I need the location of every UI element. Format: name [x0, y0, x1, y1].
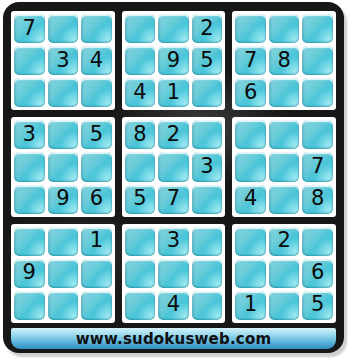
- box-r3c1: 19: [11, 224, 115, 323]
- cell-r4c9[interactable]: [302, 120, 333, 149]
- cell-r1c2[interactable]: [48, 14, 79, 43]
- cell-r3c7[interactable]: 6: [235, 78, 266, 107]
- box-r2c2: 82357: [122, 117, 226, 216]
- cell-r3c6[interactable]: [192, 78, 223, 107]
- cell-r7c5[interactable]: 3: [158, 227, 189, 256]
- cell-r5c4[interactable]: [125, 152, 156, 181]
- cell-r7c4[interactable]: [125, 227, 156, 256]
- cell-r2c6[interactable]: 5: [192, 46, 223, 75]
- cell-r8c1[interactable]: 9: [14, 259, 45, 288]
- cell-r7c2[interactable]: [48, 227, 79, 256]
- cell-r7c7[interactable]: [235, 227, 266, 256]
- cell-r9c1[interactable]: [14, 291, 45, 320]
- box-r1c2: 29541: [122, 11, 226, 110]
- cell-r6c8[interactable]: [269, 185, 300, 214]
- cell-r3c4[interactable]: 4: [125, 78, 156, 107]
- cell-r4c7[interactable]: [235, 120, 266, 149]
- cell-r2c2[interactable]: 3: [48, 46, 79, 75]
- cell-r1c9[interactable]: [302, 14, 333, 43]
- box-r1c1: 734: [11, 11, 115, 110]
- cell-r5c1[interactable]: [14, 152, 45, 181]
- cell-r7c1[interactable]: [14, 227, 45, 256]
- cell-r5c9[interactable]: 7: [302, 152, 333, 181]
- cell-r7c8[interactable]: 2: [269, 227, 300, 256]
- cell-r8c4[interactable]: [125, 259, 156, 288]
- cell-r1c8[interactable]: [269, 14, 300, 43]
- cell-r6c2[interactable]: 9: [48, 185, 79, 214]
- cell-r6c1[interactable]: [14, 185, 45, 214]
- page: 7342954178635968235774819342615 www.sudo…: [0, 0, 350, 360]
- cell-r9c2[interactable]: [48, 291, 79, 320]
- cell-r9c7[interactable]: 1: [235, 291, 266, 320]
- cell-r6c4[interactable]: 5: [125, 185, 156, 214]
- cell-r9c6[interactable]: [192, 291, 223, 320]
- cell-r8c8[interactable]: [269, 259, 300, 288]
- cell-r3c9[interactable]: [302, 78, 333, 107]
- cell-r2c7[interactable]: 7: [235, 46, 266, 75]
- cell-r1c6[interactable]: 2: [192, 14, 223, 43]
- cell-r6c3[interactable]: 6: [81, 185, 112, 214]
- cell-r8c5[interactable]: [158, 259, 189, 288]
- cell-r3c5[interactable]: 1: [158, 78, 189, 107]
- site-url-text: www.sudokusweb.com: [76, 330, 271, 348]
- cell-r3c2[interactable]: [48, 78, 79, 107]
- cell-r9c5[interactable]: 4: [158, 291, 189, 320]
- cell-r5c5[interactable]: [158, 152, 189, 181]
- cell-r1c4[interactable]: [125, 14, 156, 43]
- cell-r4c2[interactable]: [48, 120, 79, 149]
- cell-r2c8[interactable]: 8: [269, 46, 300, 75]
- sudoku-board: 7342954178635968235774819342615 www.sudo…: [3, 2, 344, 353]
- cell-r6c6[interactable]: [192, 185, 223, 214]
- cell-r2c3[interactable]: 4: [81, 46, 112, 75]
- box-r3c2: 34: [122, 224, 226, 323]
- cell-r8c2[interactable]: [48, 259, 79, 288]
- box-r1c3: 786: [232, 11, 336, 110]
- cell-r5c3[interactable]: [81, 152, 112, 181]
- cell-r1c5[interactable]: [158, 14, 189, 43]
- cell-r7c9[interactable]: [302, 227, 333, 256]
- box-r3c3: 2615: [232, 224, 336, 323]
- cell-r4c4[interactable]: 8: [125, 120, 156, 149]
- cell-r7c3[interactable]: 1: [81, 227, 112, 256]
- site-link[interactable]: www.sudokusweb.com: [11, 328, 336, 349]
- cell-r9c4[interactable]: [125, 291, 156, 320]
- cell-r1c3[interactable]: [81, 14, 112, 43]
- box-r2c1: 3596: [11, 117, 115, 216]
- cell-r9c8[interactable]: [269, 291, 300, 320]
- cell-r3c8[interactable]: [269, 78, 300, 107]
- cell-r8c9[interactable]: 6: [302, 259, 333, 288]
- cell-r5c2[interactable]: [48, 152, 79, 181]
- cell-r2c1[interactable]: [14, 46, 45, 75]
- cell-r1c7[interactable]: [235, 14, 266, 43]
- cell-r4c1[interactable]: 3: [14, 120, 45, 149]
- cell-r3c1[interactable]: [14, 78, 45, 107]
- cell-r9c3[interactable]: [81, 291, 112, 320]
- cell-r5c6[interactable]: 3: [192, 152, 223, 181]
- cell-r2c9[interactable]: [302, 46, 333, 75]
- cell-r6c7[interactable]: 4: [235, 185, 266, 214]
- cell-r8c7[interactable]: [235, 259, 266, 288]
- cell-r4c8[interactable]: [269, 120, 300, 149]
- box-r2c3: 748: [232, 117, 336, 216]
- cell-r5c7[interactable]: [235, 152, 266, 181]
- cell-r4c5[interactable]: 2: [158, 120, 189, 149]
- cell-r7c6[interactable]: [192, 227, 223, 256]
- cell-r6c9[interactable]: 8: [302, 185, 333, 214]
- cell-r2c5[interactable]: 9: [158, 46, 189, 75]
- cell-r9c9[interactable]: 5: [302, 291, 333, 320]
- cell-r4c6[interactable]: [192, 120, 223, 149]
- cell-r2c4[interactable]: [125, 46, 156, 75]
- cell-r4c3[interactable]: 5: [81, 120, 112, 149]
- cell-r8c3[interactable]: [81, 259, 112, 288]
- cell-r8c6[interactable]: [192, 259, 223, 288]
- cell-r1c1[interactable]: 7: [14, 14, 45, 43]
- cell-r6c5[interactable]: 7: [158, 185, 189, 214]
- cell-r3c3[interactable]: [81, 78, 112, 107]
- sudoku-grid: 7342954178635968235774819342615: [11, 11, 336, 323]
- cell-r5c8[interactable]: [269, 152, 300, 181]
